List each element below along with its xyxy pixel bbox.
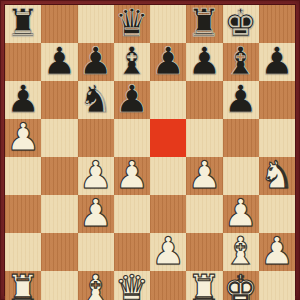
white-knight[interactable]: ♞: [260, 156, 294, 194]
white-pawn[interactable]: ♟: [260, 232, 294, 270]
square-a1[interactable]: ♜: [5, 271, 41, 300]
square-e7[interactable]: ♟: [150, 43, 186, 81]
square-f5[interactable]: [186, 119, 222, 157]
white-pawn[interactable]: ♟: [151, 232, 185, 270]
square-h4[interactable]: ♞: [259, 157, 295, 195]
square-g7[interactable]: ♝: [223, 43, 259, 81]
square-b8[interactable]: [41, 5, 77, 43]
square-a7[interactable]: [5, 43, 41, 81]
square-h6[interactable]: [259, 81, 295, 119]
square-c8[interactable]: [78, 5, 114, 43]
black-bishop[interactable]: ♝: [115, 42, 149, 80]
chess-board: ♜♛♜♚♟♟♝♟♟♝♟♟♞♟♟♟♟♟♟♞♟♟♟♝♟♜♝♛♜♚: [5, 5, 295, 295]
square-f8[interactable]: ♜: [186, 5, 222, 43]
white-pawn[interactable]: ♟: [79, 156, 113, 194]
white-pawn[interactable]: ♟: [224, 194, 258, 232]
square-b1[interactable]: [41, 271, 77, 300]
square-f2[interactable]: [186, 233, 222, 271]
board-frame: ♜♛♜♚♟♟♝♟♟♝♟♟♞♟♟♟♟♟♟♞♟♟♟♝♟♜♝♛♜♚: [0, 0, 300, 300]
square-d4[interactable]: ♟: [114, 157, 150, 195]
black-pawn[interactable]: ♟: [42, 42, 76, 80]
square-b2[interactable]: [41, 233, 77, 271]
square-d2[interactable]: [114, 233, 150, 271]
white-rook[interactable]: ♜: [6, 270, 40, 300]
square-h3[interactable]: [259, 195, 295, 233]
square-d8[interactable]: ♛: [114, 5, 150, 43]
square-g3[interactable]: ♟: [223, 195, 259, 233]
square-c7[interactable]: ♟: [78, 43, 114, 81]
square-d6[interactable]: ♟: [114, 81, 150, 119]
square-a3[interactable]: [5, 195, 41, 233]
black-pawn[interactable]: ♟: [260, 42, 294, 80]
square-g2[interactable]: ♝: [223, 233, 259, 271]
square-g4[interactable]: [223, 157, 259, 195]
square-g8[interactable]: ♚: [223, 5, 259, 43]
square-f6[interactable]: [186, 81, 222, 119]
black-pawn[interactable]: ♟: [187, 42, 221, 80]
square-h2[interactable]: ♟: [259, 233, 295, 271]
square-c4[interactable]: ♟: [78, 157, 114, 195]
square-h7[interactable]: ♟: [259, 43, 295, 81]
square-a6[interactable]: ♟: [5, 81, 41, 119]
square-g5[interactable]: [223, 119, 259, 157]
square-h8[interactable]: [259, 5, 295, 43]
black-rook[interactable]: ♜: [6, 4, 40, 42]
square-a8[interactable]: ♜: [5, 5, 41, 43]
square-e8[interactable]: [150, 5, 186, 43]
black-pawn[interactable]: ♟: [79, 42, 113, 80]
square-c5[interactable]: [78, 119, 114, 157]
square-b7[interactable]: ♟: [41, 43, 77, 81]
square-b5[interactable]: [41, 119, 77, 157]
square-f4[interactable]: ♟: [186, 157, 222, 195]
square-e1[interactable]: [150, 271, 186, 300]
black-king[interactable]: ♚: [224, 4, 258, 42]
square-f3[interactable]: [186, 195, 222, 233]
square-e3[interactable]: [150, 195, 186, 233]
black-pawn[interactable]: ♟: [6, 80, 40, 118]
square-h1[interactable]: [259, 271, 295, 300]
square-c6[interactable]: ♞: [78, 81, 114, 119]
white-rook[interactable]: ♜: [187, 270, 221, 300]
white-bishop[interactable]: ♝: [224, 232, 258, 270]
black-bishop[interactable]: ♝: [224, 42, 258, 80]
square-b3[interactable]: [41, 195, 77, 233]
white-queen[interactable]: ♛: [115, 270, 149, 300]
square-d3[interactable]: [114, 195, 150, 233]
square-d7[interactable]: ♝: [114, 43, 150, 81]
square-g1[interactable]: ♚: [223, 271, 259, 300]
square-d1[interactable]: ♛: [114, 271, 150, 300]
square-e6[interactable]: [150, 81, 186, 119]
black-pawn[interactable]: ♟: [224, 80, 258, 118]
square-a4[interactable]: [5, 157, 41, 195]
square-f7[interactable]: ♟: [186, 43, 222, 81]
black-rook[interactable]: ♜: [187, 4, 221, 42]
square-a2[interactable]: [5, 233, 41, 271]
square-b4[interactable]: [41, 157, 77, 195]
square-e4[interactable]: [150, 157, 186, 195]
black-pawn[interactable]: ♟: [151, 42, 185, 80]
square-e2[interactable]: ♟: [150, 233, 186, 271]
square-d5[interactable]: [114, 119, 150, 157]
square-c2[interactable]: [78, 233, 114, 271]
white-king[interactable]: ♚: [224, 270, 258, 300]
square-b6[interactable]: [41, 81, 77, 119]
square-c1[interactable]: ♝: [78, 271, 114, 300]
black-queen[interactable]: ♛: [115, 4, 149, 42]
square-g6[interactable]: ♟: [223, 81, 259, 119]
white-pawn[interactable]: ♟: [6, 118, 40, 156]
white-pawn[interactable]: ♟: [115, 156, 149, 194]
white-pawn[interactable]: ♟: [187, 156, 221, 194]
white-bishop[interactable]: ♝: [79, 270, 113, 300]
square-e5[interactable]: [150, 119, 186, 157]
white-pawn[interactable]: ♟: [79, 194, 113, 232]
square-a5[interactable]: ♟: [5, 119, 41, 157]
square-f1[interactable]: ♜: [186, 271, 222, 300]
square-h5[interactable]: [259, 119, 295, 157]
square-c3[interactable]: ♟: [78, 195, 114, 233]
black-knight[interactable]: ♞: [79, 80, 113, 118]
black-pawn[interactable]: ♟: [115, 80, 149, 118]
